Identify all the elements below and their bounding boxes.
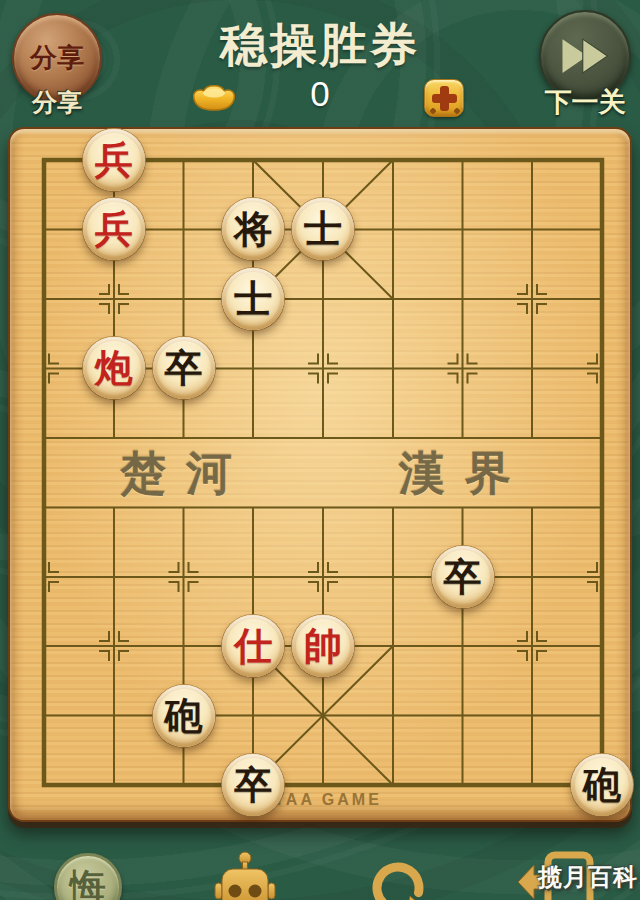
piece-red-仕[interactable]: 仕 <box>222 615 284 677</box>
hint-robot-button[interactable] <box>213 851 277 900</box>
add-coins-button[interactable] <box>424 79 464 117</box>
piece-black-士[interactable]: 士 <box>292 198 354 260</box>
piece-black-士[interactable]: 士 <box>222 268 284 330</box>
xiangqi-board[interactable]: 楚河 漢界 OYAA GAME 兵兵将士士炮卒卒仕帥砲卒砲 <box>8 127 632 822</box>
site-watermark: 揽月百科 <box>538 861 638 893</box>
piece-red-帥[interactable]: 帥 <box>292 615 354 677</box>
gold-ingot-icon <box>190 80 238 114</box>
undo-button-label: 悔 <box>70 863 106 900</box>
river-label-left: 楚河 <box>96 443 276 505</box>
piece-black-卒[interactable]: 卒 <box>432 546 494 608</box>
piece-red-兵[interactable]: 兵 <box>83 129 145 191</box>
next-level-caption: 下一关 <box>533 84 637 120</box>
piece-black-卒[interactable]: 卒 <box>153 337 215 399</box>
river-label-right: 漢界 <box>370 443 560 505</box>
piece-red-炮[interactable]: 炮 <box>83 337 145 399</box>
piece-black-砲[interactable]: 砲 <box>571 754 633 816</box>
restart-button[interactable] <box>366 858 430 900</box>
undo-button[interactable]: 悔 <box>54 853 122 900</box>
piece-black-卒[interactable]: 卒 <box>222 754 284 816</box>
share-caption: 分享 <box>10 86 104 119</box>
fast-forward-icon <box>560 38 610 74</box>
piece-red-兵[interactable]: 兵 <box>83 198 145 260</box>
game-screen: 分享 分享 稳操胜券 0 下一关 <box>0 0 640 900</box>
coin-count: 0 <box>260 74 380 114</box>
piece-black-砲[interactable]: 砲 <box>153 685 215 747</box>
